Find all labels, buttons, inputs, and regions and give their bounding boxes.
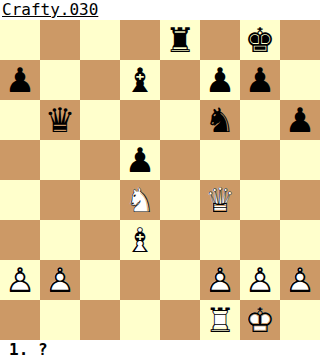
square-g4[interactable] bbox=[240, 180, 280, 220]
white-pawn: ♙ bbox=[0, 260, 40, 300]
white-bishop: ♗ bbox=[120, 220, 160, 260]
square-b3[interactable] bbox=[40, 220, 80, 260]
square-e8[interactable]: ♜ bbox=[160, 20, 200, 60]
white-king-fill: ♚ bbox=[240, 300, 280, 340]
square-e6[interactable] bbox=[160, 100, 200, 140]
page-title: Crafty.030 bbox=[2, 0, 98, 19]
square-h3[interactable] bbox=[280, 220, 320, 260]
square-b6[interactable]: ♛ bbox=[40, 100, 80, 140]
square-c8[interactable] bbox=[80, 20, 120, 60]
square-g7[interactable]: ♟ bbox=[240, 60, 280, 100]
square-a7[interactable]: ♟ bbox=[0, 60, 40, 100]
square-a6[interactable] bbox=[0, 100, 40, 140]
square-h8[interactable] bbox=[280, 20, 320, 60]
black-pawn: ♟ bbox=[280, 100, 320, 140]
square-a2[interactable]: ♟♙ bbox=[0, 260, 40, 300]
square-c4[interactable] bbox=[80, 180, 120, 220]
black-pawn: ♟ bbox=[240, 60, 280, 100]
square-f6[interactable]: ♞ bbox=[200, 100, 240, 140]
square-a3[interactable] bbox=[0, 220, 40, 260]
square-d6[interactable] bbox=[120, 100, 160, 140]
square-d7[interactable]: ♝ bbox=[120, 60, 160, 100]
white-pawn-fill: ♟ bbox=[40, 260, 80, 300]
move-prompt: 1. ? bbox=[0, 340, 320, 360]
square-b5[interactable] bbox=[40, 140, 80, 180]
square-d8[interactable] bbox=[120, 20, 160, 60]
square-c7[interactable] bbox=[80, 60, 120, 100]
white-pawn: ♙ bbox=[280, 260, 320, 300]
white-queen: ♕ bbox=[200, 180, 240, 220]
square-h2[interactable]: ♟♙ bbox=[280, 260, 320, 300]
square-e4[interactable] bbox=[160, 180, 200, 220]
black-pawn: ♟ bbox=[120, 140, 160, 180]
white-pawn-fill: ♟ bbox=[240, 260, 280, 300]
square-d1[interactable] bbox=[120, 300, 160, 340]
square-b1[interactable] bbox=[40, 300, 80, 340]
white-knight: ♘ bbox=[120, 180, 160, 220]
square-g6[interactable] bbox=[240, 100, 280, 140]
black-pawn: ♟ bbox=[200, 60, 240, 100]
square-d5[interactable]: ♟ bbox=[120, 140, 160, 180]
square-f4[interactable]: ♛♕ bbox=[200, 180, 240, 220]
square-f3[interactable] bbox=[200, 220, 240, 260]
square-e5[interactable] bbox=[160, 140, 200, 180]
square-f7[interactable]: ♟ bbox=[200, 60, 240, 100]
square-c1[interactable] bbox=[80, 300, 120, 340]
black-rook: ♜ bbox=[160, 20, 200, 60]
white-queen-fill: ♛ bbox=[200, 180, 240, 220]
square-c5[interactable] bbox=[80, 140, 120, 180]
square-a4[interactable] bbox=[0, 180, 40, 220]
white-pawn-fill: ♟ bbox=[280, 260, 320, 300]
square-g8[interactable]: ♚ bbox=[240, 20, 280, 60]
square-f8[interactable] bbox=[200, 20, 240, 60]
square-e2[interactable] bbox=[160, 260, 200, 300]
square-c3[interactable] bbox=[80, 220, 120, 260]
square-b2[interactable]: ♟♙ bbox=[40, 260, 80, 300]
white-pawn-fill: ♟ bbox=[0, 260, 40, 300]
square-f2[interactable]: ♟♙ bbox=[200, 260, 240, 300]
white-rook-fill: ♜ bbox=[200, 300, 240, 340]
chess-diagram-window: Crafty.030 ♜♚♟♝♟♟♛♞♟♟♞♘♛♕♝♗♟♙♟♙♟♙♟♙♟♙♜♖♚… bbox=[0, 0, 320, 360]
white-pawn: ♙ bbox=[240, 260, 280, 300]
square-a8[interactable] bbox=[0, 20, 40, 60]
black-pawn: ♟ bbox=[0, 60, 40, 100]
square-h1[interactable] bbox=[280, 300, 320, 340]
title-bar: Crafty.030 bbox=[0, 0, 320, 20]
square-g5[interactable] bbox=[240, 140, 280, 180]
chess-board: ♜♚♟♝♟♟♛♞♟♟♞♘♛♕♝♗♟♙♟♙♟♙♟♙♟♙♜♖♚♔ bbox=[0, 20, 320, 340]
square-h5[interactable] bbox=[280, 140, 320, 180]
square-b8[interactable] bbox=[40, 20, 80, 60]
black-queen: ♛ bbox=[40, 100, 80, 140]
square-g2[interactable]: ♟♙ bbox=[240, 260, 280, 300]
square-d3[interactable]: ♝♗ bbox=[120, 220, 160, 260]
white-bishop-fill: ♝ bbox=[120, 220, 160, 260]
square-a1[interactable] bbox=[0, 300, 40, 340]
square-d2[interactable] bbox=[120, 260, 160, 300]
square-e7[interactable] bbox=[160, 60, 200, 100]
square-f5[interactable] bbox=[200, 140, 240, 180]
square-e3[interactable] bbox=[160, 220, 200, 260]
square-h7[interactable] bbox=[280, 60, 320, 100]
white-pawn: ♙ bbox=[200, 260, 240, 300]
square-c6[interactable] bbox=[80, 100, 120, 140]
black-knight: ♞ bbox=[200, 100, 240, 140]
white-king: ♔ bbox=[240, 300, 280, 340]
black-king: ♚ bbox=[240, 20, 280, 60]
square-c2[interactable] bbox=[80, 260, 120, 300]
white-pawn: ♙ bbox=[40, 260, 80, 300]
white-pawn-fill: ♟ bbox=[200, 260, 240, 300]
black-bishop: ♝ bbox=[120, 60, 160, 100]
square-e1[interactable] bbox=[160, 300, 200, 340]
white-rook: ♖ bbox=[200, 300, 240, 340]
square-a5[interactable] bbox=[0, 140, 40, 180]
square-b4[interactable] bbox=[40, 180, 80, 220]
square-g3[interactable] bbox=[240, 220, 280, 260]
square-h6[interactable]: ♟ bbox=[280, 100, 320, 140]
square-f1[interactable]: ♜♖ bbox=[200, 300, 240, 340]
square-d4[interactable]: ♞♘ bbox=[120, 180, 160, 220]
square-b7[interactable] bbox=[40, 60, 80, 100]
white-knight-fill: ♞ bbox=[120, 180, 160, 220]
square-h4[interactable] bbox=[280, 180, 320, 220]
square-g1[interactable]: ♚♔ bbox=[240, 300, 280, 340]
